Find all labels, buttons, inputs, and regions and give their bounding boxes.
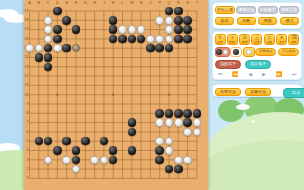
- column-label-A: A: [26, 1, 34, 5]
- board-pill-1[interactable]: 清空棋盘: [278, 48, 299, 56]
- column-label-S: S: [184, 1, 192, 5]
- stone-mode-alternate[interactable]: [215, 47, 230, 57]
- stone-S6: [183, 128, 192, 137]
- fast-forward-icon[interactable]: ⏩: [275, 72, 281, 77]
- stone-R18: [174, 16, 183, 25]
- play-icon[interactable]: ▶: [262, 72, 266, 77]
- row-label-18: 18: [24, 18, 29, 22]
- session-button-1[interactable]: 课堂演示: [236, 6, 256, 14]
- tool-label: 字母: [242, 40, 247, 44]
- stone-P7: [155, 118, 164, 127]
- row-label-11: 11: [24, 83, 29, 87]
- quick-button-row: 返回判断悔棋模式: [213, 17, 301, 25]
- session-button-2[interactable]: 白板教学: [258, 6, 278, 14]
- tool-row: ✎画笔①数字Ⓐ字母△三角□方块✕叉号⌫清除: [213, 34, 301, 45]
- stone-T8: [193, 109, 202, 118]
- stone-D15: [53, 44, 62, 53]
- column-label-F: F: [72, 1, 80, 5]
- column-label-H: H: [91, 1, 99, 5]
- stone-D19: [53, 7, 62, 16]
- row-label-9: 9: [24, 102, 29, 106]
- white-stone-icon: [246, 49, 252, 55]
- quick-button-1[interactable]: 判断: [237, 17, 256, 25]
- clear-trial-button[interactable]: 清除试下: [215, 60, 241, 69]
- black-stone-icon: [216, 49, 222, 55]
- letter-tool-button[interactable]: Ⓐ字母: [239, 34, 250, 45]
- stone-P4: [155, 146, 164, 155]
- stone-L16: [118, 35, 127, 44]
- stone-R3: [174, 156, 183, 165]
- stone-mode-row: 切换棋盘清空棋盘: [213, 47, 301, 57]
- session-button-0[interactable]: 开始上课: [215, 6, 235, 14]
- tool-label: 三角: [254, 40, 259, 44]
- stone-S18: [183, 16, 192, 25]
- cross-tool-button[interactable]: ✕叉号: [276, 34, 287, 45]
- column-label-G: G: [81, 1, 89, 5]
- stone-Q7: [165, 118, 174, 127]
- column-label-K: K: [109, 1, 117, 5]
- session-button-3[interactable]: 课堂互动: [279, 6, 299, 14]
- session-card: 开始上课课堂演示白板教学课堂互动 返回判断悔棋模式: [212, 2, 302, 29]
- row-label-17: 17: [24, 27, 29, 31]
- stone-P16: [155, 35, 164, 44]
- stone-E18: [62, 16, 71, 25]
- session-button-row: 开始上课课堂演示白板教学课堂互动: [213, 6, 301, 14]
- try-row: 清除试下 再次落下: [213, 60, 301, 69]
- stone-H3: [90, 156, 99, 165]
- tool-label: 画笔: [217, 40, 222, 44]
- row-label-6: 6: [24, 130, 29, 134]
- stone-G5: [81, 137, 90, 146]
- skip-end-icon[interactable]: ⏭: [291, 72, 296, 77]
- row-label-2: 2: [24, 167, 29, 171]
- stone-Q4: [165, 146, 174, 155]
- number-tool-button[interactable]: ①数字: [227, 34, 238, 45]
- row-label-3: 3: [24, 158, 29, 162]
- stone-O16: [146, 35, 155, 44]
- row-label-8: 8: [24, 111, 29, 115]
- row-label-12: 12: [24, 74, 29, 78]
- go-teaching-app: ABCDEFGHJKLMNOPQRST191817161514131211109…: [0, 0, 304, 190]
- column-label-D: D: [53, 1, 61, 5]
- stone-S3: [183, 156, 192, 165]
- column-label-C: C: [44, 1, 52, 5]
- board-pill-group: 切换棋盘清空棋盘: [255, 48, 299, 56]
- stone-L17: [118, 25, 127, 34]
- stone-M17: [128, 25, 137, 34]
- stone-E3: [62, 156, 71, 165]
- stone-P8: [155, 109, 164, 118]
- column-label-E: E: [63, 1, 71, 5]
- stone-R17: [174, 25, 183, 34]
- quick-button-3[interactable]: 模式: [280, 17, 299, 25]
- stone-S7: [183, 118, 192, 127]
- quick-button-0[interactable]: 返回: [215, 17, 234, 25]
- quick-button-2[interactable]: 悔棋: [258, 17, 277, 25]
- stone-P18: [155, 16, 164, 25]
- stone-K18: [109, 16, 118, 25]
- hint-button[interactable]: 提示: [283, 88, 304, 98]
- stone-mode-white[interactable]: [243, 47, 255, 57]
- stone-D16: [53, 35, 62, 44]
- tools-card: ✎画笔①数字Ⓐ字母△三角□方块✕叉号⌫清除 切换棋盘清空棋盘 清除试下 再次落下…: [212, 31, 302, 80]
- homework-card: 布置作业查看作业 提示: [212, 84, 302, 97]
- stone-R2: [174, 165, 183, 174]
- stone-Q17: [165, 25, 174, 34]
- stone-Q8: [165, 109, 174, 118]
- stone-B14: [35, 53, 44, 62]
- square-tool-button[interactable]: □方块: [264, 34, 275, 45]
- stone-F17: [72, 25, 81, 34]
- homework-button-1[interactable]: 查看作业: [245, 88, 271, 96]
- column-label-T: T: [193, 1, 201, 5]
- column-label-R: R: [174, 1, 182, 5]
- row-label-10: 10: [24, 93, 29, 97]
- column-label-P: P: [156, 1, 164, 5]
- step-back-icon[interactable]: ◀: [248, 72, 252, 77]
- row-label-16: 16: [24, 37, 29, 41]
- row-label-13: 13: [24, 65, 29, 69]
- column-label-M: M: [128, 1, 136, 5]
- row-label-1: 1: [24, 176, 29, 180]
- triangle-tool-button[interactable]: △三角: [251, 34, 262, 45]
- column-label-O: O: [146, 1, 154, 5]
- row-label-7: 7: [24, 120, 29, 124]
- stone-D17: [53, 25, 62, 34]
- go-board[interactable]: ABCDEFGHJKLMNOPQRST191817161514131211109…: [24, 0, 208, 190]
- stone-R16: [174, 35, 183, 44]
- stone-C14: [44, 53, 53, 62]
- stone-mode-black[interactable]: [230, 47, 242, 57]
- tool-label: 数字: [230, 40, 235, 44]
- column-label-J: J: [100, 1, 108, 5]
- cloud: [236, 104, 250, 110]
- stone-M7: [128, 118, 137, 127]
- homework-button-0[interactable]: 布置作业: [215, 88, 241, 96]
- stone-Q18: [165, 16, 174, 25]
- row-label-14: 14: [24, 55, 29, 59]
- stone-R7: [174, 118, 183, 127]
- tool-label: 方块: [267, 40, 272, 44]
- fast-backward-icon[interactable]: ⏪: [232, 72, 238, 77]
- stone-F4: [72, 146, 81, 155]
- column-label-B: B: [35, 1, 43, 5]
- white-stone-icon: [223, 49, 229, 55]
- row-label-19: 19: [24, 9, 29, 13]
- board-pill-0[interactable]: 切换棋盘: [255, 48, 276, 56]
- media-control-row: ⏮⏪◀▶⏩⏭: [213, 72, 301, 77]
- stone-R8: [174, 109, 183, 118]
- skip-start-icon[interactable]: ⏮: [218, 72, 223, 77]
- stone-S8: [183, 109, 192, 118]
- stone-C18: [44, 16, 53, 25]
- column-label-Q: Q: [165, 1, 173, 5]
- row-label-4: 4: [24, 148, 29, 152]
- erase-tool-button[interactable]: ⌫清除: [288, 34, 299, 45]
- black-stone-icon: [233, 49, 239, 55]
- tool-label: 清除: [291, 40, 296, 44]
- row-label-5: 5: [24, 139, 29, 143]
- stone-O15: [146, 44, 155, 53]
- stone-S17: [183, 25, 192, 34]
- stone-T7: [193, 118, 202, 127]
- stone-S16: [183, 35, 192, 44]
- stone-R19: [174, 7, 183, 16]
- column-label-L: L: [119, 1, 127, 5]
- play-again-button[interactable]: 再次落下: [245, 60, 271, 69]
- stone-P3: [155, 156, 164, 165]
- stone-D4: [53, 146, 62, 155]
- stone-M4: [128, 146, 137, 155]
- pen-tool-button[interactable]: ✎画笔: [215, 34, 226, 45]
- tool-label: 叉号: [279, 40, 284, 44]
- column-label-N: N: [137, 1, 145, 5]
